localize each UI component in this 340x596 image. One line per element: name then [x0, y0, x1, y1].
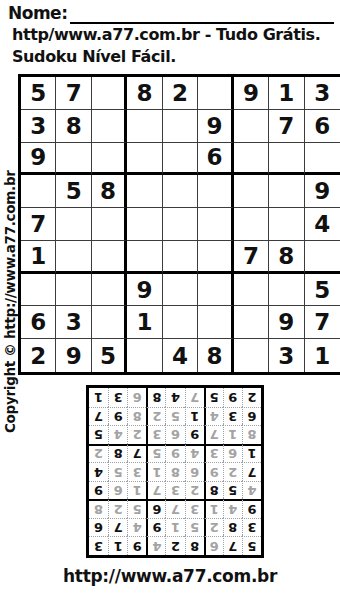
puzzle-cell-r6c6[interactable] — [198, 241, 233, 274]
puzzle-cell-r2c5[interactable] — [163, 110, 198, 143]
solution-cell-r8c8: 9 — [108, 407, 127, 426]
puzzle-cell-r6c2[interactable] — [56, 241, 91, 274]
solution-cell-r3c2: 4 — [223, 499, 242, 518]
puzzle-cell-r4c5[interactable] — [163, 175, 198, 208]
puzzle-cell-r2c3[interactable] — [92, 110, 127, 143]
puzzle-cell-r8c1: 6 — [21, 306, 56, 339]
solution-cell-r9c8: 3 — [108, 388, 127, 407]
solution-cell-r3c8: 2 — [108, 499, 127, 518]
solution-cell-r3c9: 8 — [89, 499, 108, 518]
puzzle-cell-r1c5: 2 — [163, 77, 198, 110]
solution-cell-r9c7: 6 — [127, 388, 146, 407]
puzzle-cell-r9c5: 4 — [163, 339, 198, 372]
solution-cell-r3c1: 9 — [242, 499, 261, 518]
puzzle-cell-r2c9: 6 — [305, 110, 340, 143]
puzzle-cell-r6c3[interactable] — [92, 241, 127, 274]
puzzle-cell-r7c4: 9 — [127, 274, 162, 307]
solution-cell-r2c4: 5 — [185, 518, 204, 537]
puzzle-cell-r8c9: 7 — [305, 306, 340, 339]
name-blank-line[interactable] — [70, 3, 334, 24]
solution-cell-r2c2: 8 — [223, 518, 242, 537]
solution-cell-r7c1: 8 — [242, 425, 261, 444]
solution-cell-r9c5: 4 — [165, 388, 184, 407]
solution-cell-r4c5: 3 — [165, 481, 184, 500]
solution-cell-r7c9: 5 — [89, 425, 108, 444]
solution-cell-r5c4: 6 — [185, 462, 204, 481]
solution-cell-r3c6: 6 — [146, 499, 165, 518]
puzzle-cell-r9c3: 5 — [92, 339, 127, 372]
puzzle-cell-r3c8[interactable] — [269, 143, 304, 176]
solution-cell-r4c7: 1 — [127, 481, 146, 500]
puzzle-cell-r4c9: 9 — [305, 175, 340, 208]
puzzle-grid: 578291338976965897417895631972954831 — [18, 74, 340, 375]
difficulty-title: Sudoku Nível Fácil. — [12, 47, 176, 66]
solution-cell-r9c3: 5 — [204, 388, 223, 407]
puzzle-cell-r5c7[interactable] — [234, 208, 269, 241]
puzzle-cell-r5c8[interactable] — [269, 208, 304, 241]
solution-cell-r3c7: 5 — [127, 499, 146, 518]
solution-cell-r4c3: 8 — [204, 481, 223, 500]
solution-cell-r5c9: 4 — [89, 462, 108, 481]
puzzle-cell-r1c1: 5 — [21, 77, 56, 110]
puzzle-cell-r3c9[interactable] — [305, 143, 340, 176]
puzzle-cell-r8c5[interactable] — [163, 306, 198, 339]
puzzle-cell-r4c1[interactable] — [21, 175, 56, 208]
puzzle-cell-r4c3: 8 — [92, 175, 127, 208]
solution-cell-r8c6: 2 — [146, 407, 165, 426]
solution-cell-r1c9: 3 — [89, 536, 108, 555]
solution-cell-r6c6: 5 — [146, 444, 165, 463]
solution-cell-r3c4: 3 — [185, 499, 204, 518]
puzzle-cell-r6c1: 1 — [21, 241, 56, 274]
puzzle-cell-r2c6: 9 — [198, 110, 233, 143]
puzzle-cell-r6c8: 8 — [269, 241, 304, 274]
puzzle-cell-r1c3[interactable] — [92, 77, 127, 110]
solution-cell-r8c2: 3 — [223, 407, 242, 426]
solution-cell-r7c7: 2 — [127, 425, 146, 444]
puzzle-cell-r7c9: 5 — [305, 274, 340, 307]
puzzle-cell-r9c6: 8 — [198, 339, 233, 372]
puzzle-cell-r1c6[interactable] — [198, 77, 233, 110]
solution-cell-r7c6: 3 — [146, 425, 165, 444]
solution-cell-r2c1: 3 — [242, 518, 261, 537]
solution-cell-r1c4: 8 — [185, 536, 204, 555]
solution-cell-r8c9: 7 — [89, 407, 108, 426]
puzzle-cell-r5c3[interactable] — [92, 208, 127, 241]
solution-cell-r6c4: 4 — [185, 444, 204, 463]
solution-cell-r9c9: 1 — [89, 388, 108, 407]
solution-cell-r1c5: 2 — [165, 536, 184, 555]
puzzle-cell-r1c9: 3 — [305, 77, 340, 110]
solution-cell-r3c3: 1 — [204, 499, 223, 518]
puzzle-cell-r1c4: 8 — [127, 77, 162, 110]
solution-cell-r1c2: 7 — [223, 536, 242, 555]
solution-cell-r5c1: 7 — [242, 462, 261, 481]
puzzle-cell-r8c2: 3 — [56, 306, 91, 339]
solution-cell-r9c2: 9 — [223, 388, 242, 407]
solution-cell-r5c5: 8 — [165, 462, 184, 481]
puzzle-cell-r8c7[interactable] — [234, 306, 269, 339]
puzzle-cell-r1c2: 7 — [56, 77, 91, 110]
puzzle-cell-r7c8[interactable] — [269, 274, 304, 307]
solution-cell-r2c5: 1 — [165, 518, 184, 537]
puzzle-cell-r9c4[interactable] — [127, 339, 162, 372]
puzzle-cell-r6c5[interactable] — [163, 241, 198, 274]
solution-cell-r4c8: 6 — [108, 481, 127, 500]
puzzle-cell-r6c4[interactable] — [127, 241, 162, 274]
solution-cell-r9c4: 7 — [185, 388, 204, 407]
vertical-copyright-text: Copyright © http://www.a77.com.br — [2, 83, 18, 433]
puzzle-cell-r7c5[interactable] — [163, 274, 198, 307]
puzzle-cell-r9c1: 2 — [21, 339, 56, 372]
solution-cell-r1c1: 5 — [242, 536, 261, 555]
puzzle-cell-r6c7: 7 — [234, 241, 269, 274]
solution-cell-r9c6: 8 — [146, 388, 165, 407]
solution-cell-r8c5: 5 — [165, 407, 184, 426]
solution-grid: 5768249133825194769413765284582371697296… — [86, 385, 264, 558]
solution-cell-r8c3: 4 — [204, 407, 223, 426]
puzzle-cell-r3c3[interactable] — [92, 143, 127, 176]
solution-cell-r6c3: 3 — [204, 444, 223, 463]
puzzle-cell-r2c7[interactable] — [234, 110, 269, 143]
puzzle-cell-r5c9: 4 — [305, 208, 340, 241]
name-row: Nome: — [8, 3, 334, 24]
puzzle-cell-r3c7[interactable] — [234, 143, 269, 176]
solution-cell-r5c3: 9 — [204, 462, 223, 481]
puzzle-cell-r7c1[interactable] — [21, 274, 56, 307]
puzzle-cell-r4c7[interactable] — [234, 175, 269, 208]
solution-cell-r1c3: 6 — [204, 536, 223, 555]
solution-cell-r3c5: 7 — [165, 499, 184, 518]
puzzle-cell-r8c8: 9 — [269, 306, 304, 339]
solution-cell-r4c1: 4 — [242, 481, 261, 500]
puzzle-cell-r3c2[interactable] — [56, 143, 91, 176]
solution-cell-r6c2: 6 — [223, 444, 242, 463]
solution-cell-r4c9: 9 — [89, 481, 108, 500]
puzzle-cell-r7c6[interactable] — [198, 274, 233, 307]
puzzle-cell-r5c4[interactable] — [127, 208, 162, 241]
solution-cell-r7c4: 9 — [185, 425, 204, 444]
solution-cell-r4c4: 2 — [185, 481, 204, 500]
solution-cell-r8c4: 1 — [185, 407, 204, 426]
puzzle-cell-r4c8[interactable] — [269, 175, 304, 208]
solution-cell-r9c1: 2 — [242, 388, 261, 407]
solution-cell-r2c8: 7 — [108, 518, 127, 537]
puzzle-cell-r5c2[interactable] — [56, 208, 91, 241]
solution-cell-r1c6: 4 — [146, 536, 165, 555]
puzzle-cell-r8c4: 1 — [127, 306, 162, 339]
puzzle-cell-r3c5[interactable] — [163, 143, 198, 176]
puzzle-cell-r8c3[interactable] — [92, 306, 127, 339]
solution-cell-r1c8: 1 — [108, 536, 127, 555]
solution-cell-r7c3: 7 — [204, 425, 223, 444]
footer-url: http://www.a77.com.br — [0, 566, 340, 586]
puzzle-cell-r1c8: 1 — [269, 77, 304, 110]
puzzle-cell-r6c9[interactable] — [305, 241, 340, 274]
puzzle-cell-r9c8: 3 — [269, 339, 304, 372]
solution-cell-r6c1: 1 — [242, 444, 261, 463]
puzzle-cell-r2c1: 3 — [21, 110, 56, 143]
puzzle-cell-r9c9: 1 — [305, 339, 340, 372]
puzzle-cell-r1c7: 9 — [234, 77, 269, 110]
solution-cell-r6c5: 9 — [165, 444, 184, 463]
puzzle-cell-r2c2: 8 — [56, 110, 91, 143]
solution-cell-r2c3: 2 — [204, 518, 223, 537]
solution-cell-r6c9: 2 — [89, 444, 108, 463]
solution-cell-r4c2: 5 — [223, 481, 242, 500]
solution-cell-r7c2: 1 — [223, 425, 242, 444]
solution-cell-r5c8: 5 — [108, 462, 127, 481]
puzzle-cell-r8c6[interactable] — [198, 306, 233, 339]
solution-cell-r7c5: 6 — [165, 425, 184, 444]
puzzle-cell-r5c1: 7 — [21, 208, 56, 241]
solution-cell-r6c7: 7 — [127, 444, 146, 463]
puzzle-cell-r5c5[interactable] — [163, 208, 198, 241]
puzzle-cell-r4c4[interactable] — [127, 175, 162, 208]
puzzle-cell-r7c7[interactable] — [234, 274, 269, 307]
puzzle-cell-r3c1: 9 — [21, 143, 56, 176]
solution-cell-r4c6: 7 — [146, 481, 165, 500]
puzzle-cell-r2c8: 7 — [269, 110, 304, 143]
solution-cell-r8c7: 8 — [127, 407, 146, 426]
puzzle-cell-r4c6[interactable] — [198, 175, 233, 208]
puzzle-cell-r5c6[interactable] — [198, 208, 233, 241]
puzzle-cell-r3c6: 6 — [198, 143, 233, 176]
solution-cell-r8c1: 6 — [242, 407, 261, 426]
solution-cell-r5c6: 1 — [146, 462, 165, 481]
solution-cell-r1c7: 9 — [127, 536, 146, 555]
puzzle-cell-r9c2: 9 — [56, 339, 91, 372]
solution-cell-r2c9: 6 — [89, 518, 108, 537]
sudoku-print-page: Nome: http/www.a77.com.br - Tudo Grátis.… — [0, 0, 340, 596]
solution-cell-r6c8: 8 — [108, 444, 127, 463]
puzzle-cell-r4c2: 5 — [56, 175, 91, 208]
puzzle-cell-r3c4[interactable] — [127, 143, 162, 176]
site-title: http/www.a77.com.br - Tudo Grátis. — [12, 25, 320, 44]
solution-cell-r2c6: 9 — [146, 518, 165, 537]
puzzle-cell-r7c3[interactable] — [92, 274, 127, 307]
solution-cell-r7c8: 4 — [108, 425, 127, 444]
puzzle-cell-r2c4[interactable] — [127, 110, 162, 143]
solution-cell-r5c2: 2 — [223, 462, 242, 481]
puzzle-cell-r9c7[interactable] — [234, 339, 269, 372]
solution-cell-r2c7: 4 — [127, 518, 146, 537]
puzzle-cell-r7c2[interactable] — [56, 274, 91, 307]
solution-cell-r5c7: 3 — [127, 462, 146, 481]
name-label: Nome: — [8, 3, 67, 24]
